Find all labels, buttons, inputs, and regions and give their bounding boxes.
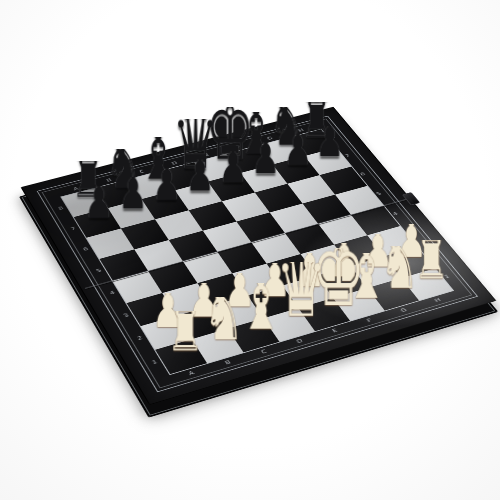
file-label: H xyxy=(297,128,304,133)
white-knight[interactable]: ♞ xyxy=(200,297,240,350)
white-rook[interactable]: ♜ xyxy=(163,311,203,360)
file-label: F xyxy=(235,144,241,148)
rank-label: 6 xyxy=(360,172,367,177)
product-photo-stage: ABCDEFGH ABCDEFGH 87654321 87654321 ♜♞♝♛… xyxy=(0,0,500,500)
file-label: G xyxy=(266,136,273,141)
file-label: D xyxy=(171,161,178,166)
chess-piece-glyph: ♝ xyxy=(240,266,273,339)
rank-label: 8 xyxy=(329,135,336,139)
chess-piece-glyph: ♜ xyxy=(167,296,200,360)
chess-piece-glyph: ♞ xyxy=(204,281,237,350)
chess-board: ABCDEFGH ABCDEFGH 87654321 87654321 ♜♞♝♛… xyxy=(21,107,497,405)
file-label: A xyxy=(73,186,80,191)
rank-label: 5 xyxy=(376,192,383,197)
file-label: E xyxy=(203,153,209,158)
file-label: B xyxy=(106,178,113,183)
rank-label: 8 xyxy=(58,206,64,211)
file-label: C xyxy=(139,169,146,174)
rank-label: 7 xyxy=(70,226,77,231)
rank-label: 7 xyxy=(344,153,351,158)
